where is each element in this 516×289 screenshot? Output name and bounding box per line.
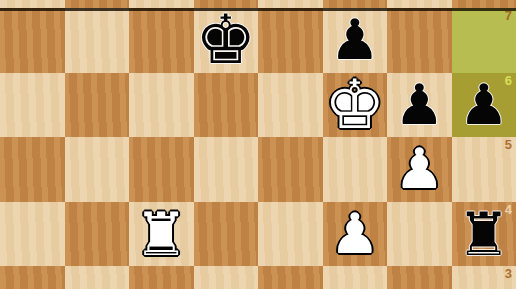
square-a8[interactable] [0,0,65,8]
white-pawn[interactable]: ♟ [394,141,444,197]
square-f4[interactable]: ♟ [323,202,388,267]
square-d6[interactable] [194,73,259,138]
black-pawn[interactable]: ♟ [330,12,380,68]
square-b4[interactable] [65,202,130,267]
video-crop-line [0,8,516,11]
square-c7[interactable] [129,8,194,73]
black-king[interactable]: ♚ [195,6,256,74]
square-g4[interactable] [387,202,452,267]
square-a3[interactable] [0,266,65,289]
rank-label-3: 3 [505,267,512,281]
black-pawn[interactable]: ♟ [459,77,509,133]
square-f7[interactable]: ♟ [323,8,388,73]
white-king[interactable]: ♚ [324,71,385,139]
square-a4[interactable] [0,202,65,267]
square-e6[interactable] [258,73,323,138]
rank-label-4: 4 [505,203,512,217]
square-g8[interactable] [387,0,452,8]
square-h5[interactable]: 5 [452,137,516,202]
square-g7[interactable] [387,8,452,73]
square-c5[interactable] [129,137,194,202]
square-e3[interactable] [258,266,323,289]
square-e5[interactable] [258,137,323,202]
rank-label-7: 7 [505,9,512,23]
square-h7[interactable]: 7 [452,8,516,73]
square-b5[interactable] [65,137,130,202]
square-a7[interactable] [0,8,65,73]
square-f5[interactable] [323,137,388,202]
chess-board: ♚♟7♚♟6♟♟5♜♟4♜3 [0,0,516,289]
square-c8[interactable] [129,0,194,8]
square-a5[interactable] [0,137,65,202]
square-d4[interactable] [194,202,259,267]
square-f6[interactable]: ♚ [323,73,388,138]
square-b3[interactable] [65,266,130,289]
square-e7[interactable] [258,8,323,73]
square-b6[interactable] [65,73,130,138]
square-g3[interactable] [387,266,452,289]
square-b7[interactable] [65,8,130,73]
rank-label-5: 5 [505,138,512,152]
square-f3[interactable] [323,266,388,289]
square-e8[interactable] [258,0,323,8]
white-pawn[interactable]: ♟ [330,206,380,262]
square-e4[interactable] [258,202,323,267]
white-rook[interactable]: ♜ [134,204,188,264]
square-d7[interactable]: ♚ [194,8,259,73]
square-h6[interactable]: 6♟ [452,73,516,138]
square-c3[interactable] [129,266,194,289]
square-h8[interactable] [452,0,516,8]
rank-label-6: 6 [505,74,512,88]
square-c6[interactable] [129,73,194,138]
square-a6[interactable] [0,73,65,138]
black-rook[interactable]: ♜ [457,204,511,264]
square-c4[interactable]: ♜ [129,202,194,267]
square-d5[interactable] [194,137,259,202]
black-pawn[interactable]: ♟ [394,77,444,133]
square-g5[interactable]: ♟ [387,137,452,202]
square-g6[interactable]: ♟ [387,73,452,138]
square-d3[interactable] [194,266,259,289]
square-h3[interactable]: 3 [452,266,516,289]
square-h4[interactable]: 4♜ [452,202,516,267]
square-b8[interactable] [65,0,130,8]
